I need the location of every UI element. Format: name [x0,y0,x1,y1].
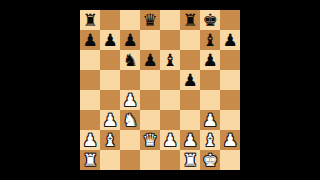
piece-white-rook[interactable]: ♜ [82,150,97,170]
square-h8[interactable] [220,10,240,30]
piece-black-pawn[interactable]: ♟ [102,30,117,50]
square-g7[interactable]: ♝ [200,30,220,50]
square-g6[interactable]: ♟ [200,50,220,70]
piece-black-pawn[interactable]: ♟ [222,30,237,50]
square-g4[interactable] [200,90,220,110]
piece-black-pawn[interactable]: ♟ [122,30,137,50]
square-a4[interactable] [80,90,100,110]
square-e4[interactable] [160,90,180,110]
square-b5[interactable] [100,70,120,90]
piece-white-pawn[interactable]: ♟ [222,130,237,150]
square-a2[interactable]: ♟ [80,130,100,150]
piece-white-bishop[interactable]: ♝ [102,130,117,150]
piece-white-pawn[interactable]: ♟ [182,130,197,150]
square-e8[interactable] [160,10,180,30]
square-d6[interactable]: ♟ [140,50,160,70]
square-d5[interactable] [140,70,160,90]
piece-white-king[interactable]: ♚ [202,150,217,170]
piece-black-pawn[interactable]: ♟ [202,50,217,70]
square-g5[interactable] [200,70,220,90]
square-b1[interactable] [100,150,120,170]
square-c6[interactable]: ♞ [120,50,140,70]
square-e5[interactable] [160,70,180,90]
piece-white-pawn[interactable]: ♟ [122,90,137,110]
square-b3[interactable]: ♟ [100,110,120,130]
piece-black-pawn[interactable]: ♟ [182,70,197,90]
piece-black-pawn[interactable]: ♟ [142,50,157,70]
square-a5[interactable] [80,70,100,90]
square-b7[interactable]: ♟ [100,30,120,50]
chessboard[interactable]: ♜♛♜♚♟♟♟♝♟♞♟♝♟♟♟♟♞♟♟♝♛♟♟♝♟♜♜♚ [80,10,240,170]
square-d7[interactable] [140,30,160,50]
square-d2[interactable]: ♛ [140,130,160,150]
square-b4[interactable] [100,90,120,110]
square-c5[interactable] [120,70,140,90]
piece-black-queen[interactable]: ♛ [142,10,157,30]
square-a8[interactable]: ♜ [80,10,100,30]
square-g2[interactable]: ♝ [200,130,220,150]
square-d4[interactable] [140,90,160,110]
square-e7[interactable] [160,30,180,50]
square-c2[interactable] [120,130,140,150]
square-f4[interactable] [180,90,200,110]
square-a7[interactable]: ♟ [80,30,100,50]
square-f8[interactable]: ♜ [180,10,200,30]
square-e6[interactable]: ♝ [160,50,180,70]
square-c1[interactable] [120,150,140,170]
square-c8[interactable] [120,10,140,30]
square-f5[interactable]: ♟ [180,70,200,90]
square-b2[interactable]: ♝ [100,130,120,150]
piece-black-pawn[interactable]: ♟ [82,30,97,50]
square-h7[interactable]: ♟ [220,30,240,50]
square-c4[interactable]: ♟ [120,90,140,110]
square-h6[interactable] [220,50,240,70]
piece-black-king[interactable]: ♚ [202,10,217,30]
square-f2[interactable]: ♟ [180,130,200,150]
square-a3[interactable] [80,110,100,130]
screenshot-canvas: ♜♛♜♚♟♟♟♝♟♞♟♝♟♟♟♟♞♟♟♝♛♟♟♝♟♜♜♚ [0,0,320,180]
piece-white-knight[interactable]: ♞ [122,110,137,130]
square-a1[interactable]: ♜ [80,150,100,170]
piece-white-pawn[interactable]: ♟ [102,110,117,130]
square-d8[interactable]: ♛ [140,10,160,30]
square-f6[interactable] [180,50,200,70]
square-h4[interactable] [220,90,240,110]
piece-white-queen[interactable]: ♛ [142,130,157,150]
square-g3[interactable]: ♟ [200,110,220,130]
piece-white-pawn[interactable]: ♟ [202,110,217,130]
square-f1[interactable]: ♜ [180,150,200,170]
square-h5[interactable] [220,70,240,90]
square-a6[interactable] [80,50,100,70]
square-f3[interactable] [180,110,200,130]
square-d3[interactable] [140,110,160,130]
square-h2[interactable]: ♟ [220,130,240,150]
square-e1[interactable] [160,150,180,170]
square-b6[interactable] [100,50,120,70]
piece-black-bishop[interactable]: ♝ [162,50,177,70]
square-f7[interactable] [180,30,200,50]
square-g1[interactable]: ♚ [200,150,220,170]
square-h3[interactable] [220,110,240,130]
piece-white-pawn[interactable]: ♟ [162,130,177,150]
piece-black-bishop[interactable]: ♝ [202,30,217,50]
piece-black-rook[interactable]: ♜ [182,10,197,30]
piece-black-rook[interactable]: ♜ [82,10,97,30]
piece-black-knight[interactable]: ♞ [122,50,137,70]
square-b8[interactable] [100,10,120,30]
square-e3[interactable] [160,110,180,130]
square-e2[interactable]: ♟ [160,130,180,150]
square-h1[interactable] [220,150,240,170]
square-g8[interactable]: ♚ [200,10,220,30]
square-c7[interactable]: ♟ [120,30,140,50]
square-d1[interactable] [140,150,160,170]
piece-white-bishop[interactable]: ♝ [202,130,217,150]
piece-white-rook[interactable]: ♜ [182,150,197,170]
square-c3[interactable]: ♞ [120,110,140,130]
piece-white-pawn[interactable]: ♟ [82,130,97,150]
